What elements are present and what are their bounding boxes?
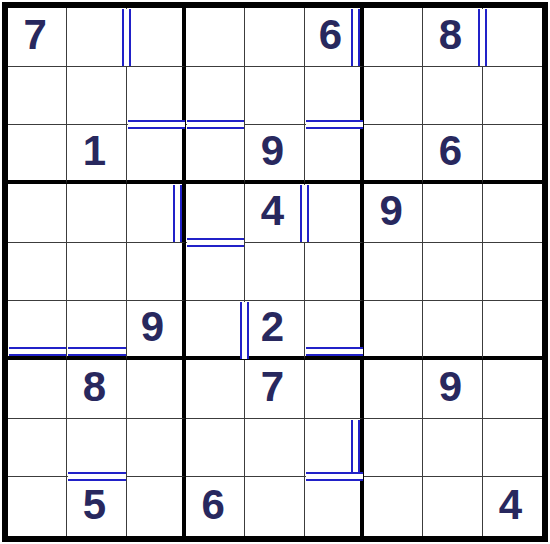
given-digit: 7: [23, 14, 46, 56]
given-digit: 6: [439, 130, 462, 172]
consecutive-marker-v-r6c4: [240, 302, 249, 359]
cell-r8c5[interactable]: [245, 419, 304, 478]
cell-r5c7[interactable]: [364, 243, 423, 302]
cell-r7c4[interactable]: [186, 360, 245, 419]
cell-r3c8[interactable]: 6: [423, 125, 482, 184]
given-digit: 4: [261, 190, 284, 232]
consecutive-marker-h-r6c6: [306, 347, 363, 356]
cell-r7c1[interactable]: [8, 360, 67, 419]
cell-r5c1[interactable]: [8, 243, 67, 302]
cell-r2c1[interactable]: [8, 67, 67, 126]
cell-r2c6[interactable]: [305, 67, 364, 126]
sudoku-page: 7681964992879564: [0, 0, 550, 544]
given-digit: 9: [379, 190, 402, 232]
given-digit: 9: [141, 306, 164, 348]
cell-r6c3[interactable]: 9: [127, 301, 186, 360]
cell-r1c3[interactable]: [127, 8, 186, 67]
cell-r3c2[interactable]: 1: [67, 125, 126, 184]
cell-r4c5[interactable]: 4: [245, 184, 304, 243]
cell-r4c9[interactable]: [483, 184, 542, 243]
cell-r1c8[interactable]: 8: [423, 8, 482, 67]
cell-r4c6[interactable]: [305, 184, 364, 243]
consecutive-marker-v-r1c2: [122, 9, 131, 66]
consecutive-marker-v-r1c8: [478, 9, 487, 66]
cell-r5c2[interactable]: [67, 243, 126, 302]
cell-r9c7[interactable]: [364, 477, 423, 536]
cell-r7c6[interactable]: [305, 360, 364, 419]
cell-r8c8[interactable]: [423, 419, 482, 478]
cell-r7c7[interactable]: [364, 360, 423, 419]
cell-r8c1[interactable]: [8, 419, 67, 478]
cell-r7c8[interactable]: 9: [423, 360, 482, 419]
consecutive-marker-h-r8c2: [68, 472, 125, 481]
given-digit: 8: [83, 366, 106, 408]
sudoku-board: 7681964992879564: [2, 2, 548, 542]
cell-r5c9[interactable]: [483, 243, 542, 302]
cell-r7c3[interactable]: [127, 360, 186, 419]
cell-r1c2[interactable]: [67, 8, 126, 67]
cell-r3c5[interactable]: 9: [245, 125, 304, 184]
cell-r6c8[interactable]: [423, 301, 482, 360]
cell-r2c5[interactable]: [245, 67, 304, 126]
consecutive-marker-v-r8c6: [351, 420, 360, 477]
cell-r6c9[interactable]: [483, 301, 542, 360]
consecutive-marker-v-r4c3: [173, 185, 182, 242]
consecutive-marker-h-r2c6: [306, 120, 363, 129]
consecutive-marker-h-r4c4: [187, 238, 244, 247]
cell-r8c7[interactable]: [364, 419, 423, 478]
cell-r9c8[interactable]: [423, 477, 482, 536]
cell-r9c9[interactable]: 4: [483, 477, 542, 536]
cell-r2c7[interactable]: [364, 67, 423, 126]
given-digit: 9: [261, 130, 284, 172]
cell-r7c9[interactable]: [483, 360, 542, 419]
cell-r8c2[interactable]: [67, 419, 126, 478]
cell-r6c4[interactable]: [186, 301, 245, 360]
given-digit: 1: [83, 130, 106, 172]
cell-r9c6[interactable]: [305, 477, 364, 536]
cell-r5c6[interactable]: [305, 243, 364, 302]
cell-r5c8[interactable]: [423, 243, 482, 302]
consecutive-marker-h-r6c1: [9, 347, 66, 356]
consecutive-marker-h-r8c6: [306, 472, 363, 481]
cell-r5c5[interactable]: [245, 243, 304, 302]
cell-r7c5[interactable]: 7: [245, 360, 304, 419]
cell-r1c1[interactable]: 7: [8, 8, 67, 67]
cell-r2c3[interactable]: [127, 67, 186, 126]
cell-r2c8[interactable]: [423, 67, 482, 126]
cell-r9c4[interactable]: 6: [186, 477, 245, 536]
cell-r2c9[interactable]: [483, 67, 542, 126]
cell-r3c3[interactable]: [127, 125, 186, 184]
cell-r8c3[interactable]: [127, 419, 186, 478]
consecutive-marker-h-r2c3: [128, 120, 185, 129]
cell-r9c2[interactable]: 5: [67, 477, 126, 536]
cell-r2c4[interactable]: [186, 67, 245, 126]
given-digit: 4: [499, 484, 522, 526]
cell-r5c3[interactable]: [127, 243, 186, 302]
cell-r4c7[interactable]: 9: [364, 184, 423, 243]
given-digit: 6: [319, 14, 342, 56]
cell-r3c7[interactable]: [364, 125, 423, 184]
given-digit: 5: [83, 484, 106, 526]
cell-r4c8[interactable]: [423, 184, 482, 243]
consecutive-marker-v-r1c6: [351, 9, 360, 66]
cell-r9c1[interactable]: [8, 477, 67, 536]
cell-r3c4[interactable]: [186, 125, 245, 184]
cell-r5c4[interactable]: [186, 243, 245, 302]
cell-r1c5[interactable]: [245, 8, 304, 67]
cell-r3c1[interactable]: [8, 125, 67, 184]
cell-r9c5[interactable]: [245, 477, 304, 536]
cell-r1c7[interactable]: [364, 8, 423, 67]
given-digit: 2: [261, 306, 284, 348]
cell-r9c3[interactable]: [127, 477, 186, 536]
consecutive-marker-h-r2c4: [187, 120, 244, 129]
cell-r2c2[interactable]: [67, 67, 126, 126]
cell-r4c1[interactable]: [8, 184, 67, 243]
given-digit: 7: [261, 366, 284, 408]
given-digit: 6: [201, 484, 224, 526]
cell-r8c9[interactable]: [483, 419, 542, 478]
consecutive-marker-h-r6c2: [68, 347, 125, 356]
cell-r4c2[interactable]: [67, 184, 126, 243]
cell-r3c9[interactable]: [483, 125, 542, 184]
cell-r6c5[interactable]: 2: [245, 301, 304, 360]
cell-r3c6[interactable]: [305, 125, 364, 184]
given-digit: 8: [439, 14, 462, 56]
cell-r1c9[interactable]: [483, 8, 542, 67]
given-digit: 9: [439, 366, 462, 408]
cell-r1c4[interactable]: [186, 8, 245, 67]
cell-r7c2[interactable]: 8: [67, 360, 126, 419]
cell-r8c4[interactable]: [186, 419, 245, 478]
cell-r6c7[interactable]: [364, 301, 423, 360]
cell-r4c4[interactable]: [186, 184, 245, 243]
consecutive-marker-v-r4c5: [300, 185, 309, 242]
